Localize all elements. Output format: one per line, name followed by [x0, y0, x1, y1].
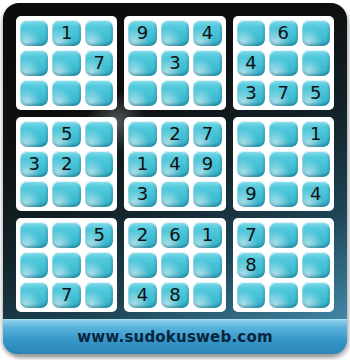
sudoku-cell[interactable] — [302, 50, 330, 76]
sudoku-cell[interactable] — [193, 282, 221, 308]
sudoku-cell[interactable] — [52, 222, 80, 248]
sudoku-cell[interactable] — [193, 181, 221, 207]
sudoku-cell[interactable] — [52, 181, 80, 207]
sudoku-cell[interactable]: 7 — [269, 80, 297, 106]
sudoku-cell[interactable] — [128, 121, 156, 147]
sudoku-cell[interactable] — [237, 20, 265, 46]
sudoku-cell[interactable] — [128, 252, 156, 278]
sudoku-cell[interactable]: 7 — [85, 50, 113, 76]
sudoku-cell[interactable] — [52, 252, 80, 278]
sudoku-cell[interactable] — [269, 222, 297, 248]
sudoku-cell[interactable]: 9 — [128, 20, 156, 46]
sudoku-cell[interactable] — [85, 252, 113, 278]
sudoku-cell[interactable] — [269, 181, 297, 207]
sudoku-cell[interactable]: 4 — [161, 151, 189, 177]
site-url-link[interactable]: www.sudokusweb.com — [77, 328, 272, 346]
sudoku-cell[interactable]: 9 — [237, 181, 265, 207]
sudoku-cell[interactable] — [85, 20, 113, 46]
sudoku-cell[interactable] — [52, 80, 80, 106]
sudoku-cell[interactable] — [269, 282, 297, 308]
sudoku-cell[interactable]: 9 — [193, 151, 221, 177]
sudoku-cell[interactable] — [128, 80, 156, 106]
sudoku-cell[interactable]: 4 — [302, 181, 330, 207]
sudoku-box: 64375 — [233, 16, 334, 110]
sudoku-cell[interactable] — [161, 252, 189, 278]
sudoku-cell[interactable] — [20, 121, 48, 147]
sudoku-cell[interactable] — [85, 151, 113, 177]
sudoku-cell[interactable] — [128, 50, 156, 76]
sudoku-cell[interactable]: 7 — [193, 121, 221, 147]
sudoku-box: 17 — [16, 16, 117, 110]
sudoku-cell[interactable]: 1 — [52, 20, 80, 46]
sudoku-cell[interactable]: 2 — [161, 121, 189, 147]
sudoku-board-frame: 1794364375532271493194572614878 www.sudo… — [3, 3, 347, 354]
sudoku-cell[interactable] — [237, 121, 265, 147]
sudoku-cell[interactable]: 3 — [20, 151, 48, 177]
sudoku-cell[interactable] — [85, 121, 113, 147]
sudoku-cell[interactable]: 6 — [269, 20, 297, 46]
sudoku-cell[interactable] — [302, 282, 330, 308]
sudoku-cell[interactable] — [52, 50, 80, 76]
sudoku-cell[interactable] — [161, 181, 189, 207]
sudoku-cell[interactable]: 7 — [52, 282, 80, 308]
sudoku-box: 532 — [16, 117, 117, 211]
sudoku-cell[interactable] — [20, 282, 48, 308]
sudoku-cell[interactable]: 5 — [302, 80, 330, 106]
sudoku-cell[interactable]: 4 — [193, 20, 221, 46]
sudoku-box: 271493 — [124, 117, 225, 211]
sudoku-cell[interactable]: 1 — [193, 222, 221, 248]
sudoku-cell[interactable] — [85, 80, 113, 106]
sudoku-cell[interactable] — [161, 80, 189, 106]
sudoku-cell[interactable]: 1 — [128, 151, 156, 177]
sudoku-cell[interactable] — [302, 222, 330, 248]
sudoku-cell[interactable]: 8 — [237, 252, 265, 278]
sudoku-cell[interactable] — [20, 50, 48, 76]
sudoku-box: 194 — [233, 117, 334, 211]
sudoku-cell[interactable]: 1 — [302, 121, 330, 147]
sudoku-cell[interactable] — [20, 20, 48, 46]
sudoku-cell[interactable] — [193, 80, 221, 106]
sudoku-cell[interactable] — [237, 282, 265, 308]
sudoku-cell[interactable]: 4 — [128, 282, 156, 308]
sudoku-cell[interactable]: 3 — [237, 80, 265, 106]
sudoku-cell[interactable]: 6 — [161, 222, 189, 248]
sudoku-box: 78 — [233, 218, 334, 312]
sudoku-cell[interactable] — [193, 252, 221, 278]
sudoku-box: 57 — [16, 218, 117, 312]
sudoku-cell[interactable] — [85, 181, 113, 207]
footer-bar: www.sudokusweb.com — [3, 319, 347, 354]
sudoku-cell[interactable] — [20, 181, 48, 207]
sudoku-cell[interactable] — [20, 252, 48, 278]
sudoku-cell[interactable]: 7 — [237, 222, 265, 248]
sudoku-cell[interactable] — [193, 50, 221, 76]
sudoku-cell[interactable] — [302, 151, 330, 177]
sudoku-cell[interactable] — [269, 50, 297, 76]
sudoku-cell[interactable]: 3 — [128, 181, 156, 207]
sudoku-box: 943 — [124, 16, 225, 110]
sudoku-cell[interactable] — [302, 252, 330, 278]
sudoku-cell[interactable] — [269, 151, 297, 177]
sudoku-cell[interactable] — [302, 20, 330, 46]
sudoku-cell[interactable] — [20, 80, 48, 106]
sudoku-cell[interactable]: 3 — [161, 50, 189, 76]
sudoku-cell[interactable]: 5 — [85, 222, 113, 248]
sudoku-grid-area: 1794364375532271493194572614878 — [3, 3, 347, 312]
sudoku-cell[interactable] — [237, 151, 265, 177]
sudoku-cell[interactable]: 4 — [237, 50, 265, 76]
sudoku-cell[interactable] — [161, 20, 189, 46]
sudoku-cell[interactable] — [85, 282, 113, 308]
sudoku-cell[interactable] — [269, 252, 297, 278]
sudoku-cell[interactable]: 2 — [52, 151, 80, 177]
sudoku-cell[interactable]: 8 — [161, 282, 189, 308]
sudoku-cell[interactable] — [20, 222, 48, 248]
sudoku-grid: 1794364375532271493194572614878 — [16, 16, 334, 312]
sudoku-cell[interactable]: 2 — [128, 222, 156, 248]
sudoku-cell[interactable]: 5 — [52, 121, 80, 147]
sudoku-cell[interactable] — [269, 121, 297, 147]
sudoku-box: 26148 — [124, 218, 225, 312]
